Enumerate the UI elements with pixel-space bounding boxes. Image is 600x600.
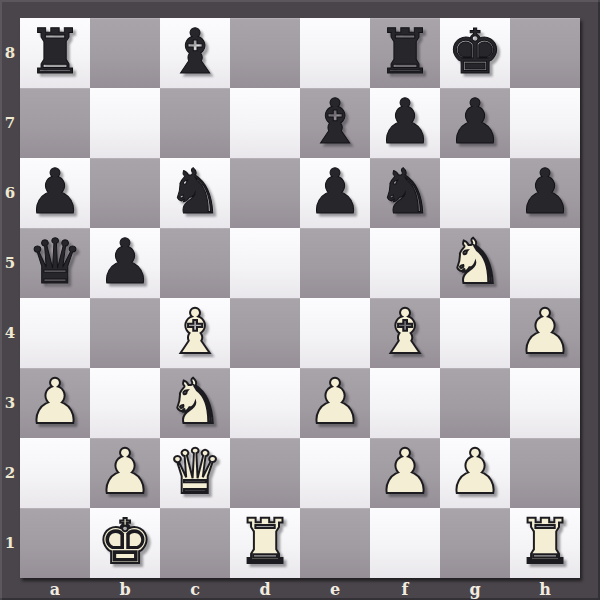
rank-labels: 8 7 6 5 4 3 2 1 (0, 18, 20, 578)
square-h4[interactable]: ♟ (510, 298, 580, 368)
square-c7[interactable] (160, 88, 230, 158)
square-f8[interactable]: ♜ (370, 18, 440, 88)
file-labels: a b c d e f g h (20, 578, 580, 600)
piece-black-pawn[interactable]: ♟ (300, 158, 370, 228)
square-c6[interactable]: ♞ (160, 158, 230, 228)
square-e3[interactable]: ♟ (300, 368, 370, 438)
square-a3[interactable]: ♟ (20, 368, 90, 438)
piece-white-pawn[interactable]: ♟ (440, 438, 510, 508)
file-label-a: a (20, 578, 90, 600)
square-e1[interactable] (300, 508, 370, 578)
square-d2[interactable] (230, 438, 300, 508)
piece-black-rook[interactable]: ♜ (20, 18, 90, 88)
file-label-e: e (300, 578, 370, 600)
file-label-f: f (370, 578, 440, 600)
piece-white-rook[interactable]: ♜ (230, 508, 300, 578)
piece-black-pawn[interactable]: ♟ (440, 88, 510, 158)
square-d7[interactable] (230, 88, 300, 158)
rank-label-3: 3 (0, 368, 20, 438)
square-h7[interactable] (510, 88, 580, 158)
piece-black-rook[interactable]: ♜ (370, 18, 440, 88)
piece-black-bishop[interactable]: ♝ (160, 18, 230, 88)
square-d1[interactable]: ♜ (230, 508, 300, 578)
piece-black-knight[interactable]: ♞ (160, 158, 230, 228)
square-a6[interactable]: ♟ (20, 158, 90, 228)
square-d3[interactable] (230, 368, 300, 438)
square-e4[interactable] (300, 298, 370, 368)
square-b4[interactable] (90, 298, 160, 368)
file-label-b: b (90, 578, 160, 600)
square-h8[interactable] (510, 18, 580, 88)
piece-black-knight[interactable]: ♞ (370, 158, 440, 228)
piece-black-king[interactable]: ♚ (440, 18, 510, 88)
square-f4[interactable]: ♝ (370, 298, 440, 368)
piece-white-bishop[interactable]: ♝ (370, 298, 440, 368)
square-a7[interactable] (20, 88, 90, 158)
piece-white-queen[interactable]: ♛ (160, 438, 230, 508)
square-g6[interactable] (440, 158, 510, 228)
square-f1[interactable] (370, 508, 440, 578)
file-label-g: g (440, 578, 510, 600)
piece-black-pawn[interactable]: ♟ (510, 158, 580, 228)
piece-black-bishop[interactable]: ♝ (300, 88, 370, 158)
square-b1[interactable]: ♚ (90, 508, 160, 578)
square-c2[interactable]: ♛ (160, 438, 230, 508)
square-e6[interactable]: ♟ (300, 158, 370, 228)
square-c5[interactable] (160, 228, 230, 298)
square-c1[interactable] (160, 508, 230, 578)
chess-board-frame: 8 7 6 5 4 3 2 1 ♜♝♜♚♝♟♟♟♞♟♞♟♛♟♞♝♝♟♟♞♟♟♛♟… (0, 0, 600, 600)
piece-white-pawn[interactable]: ♟ (20, 368, 90, 438)
square-f3[interactable] (370, 368, 440, 438)
square-b7[interactable] (90, 88, 160, 158)
rank-label-5: 5 (0, 228, 20, 298)
file-label-d: d (230, 578, 300, 600)
square-d4[interactable] (230, 298, 300, 368)
square-d8[interactable] (230, 18, 300, 88)
piece-white-knight[interactable]: ♞ (440, 228, 510, 298)
square-h2[interactable] (510, 438, 580, 508)
square-e8[interactable] (300, 18, 370, 88)
chess-board: ♜♝♜♚♝♟♟♟♞♟♞♟♛♟♞♝♝♟♟♞♟♟♛♟♟♚♜♜ (20, 18, 580, 578)
square-g8[interactable]: ♚ (440, 18, 510, 88)
square-c4[interactable]: ♝ (160, 298, 230, 368)
piece-white-pawn[interactable]: ♟ (370, 438, 440, 508)
rank-label-6: 6 (0, 158, 20, 228)
piece-white-rook[interactable]: ♜ (510, 508, 580, 578)
square-g7[interactable]: ♟ (440, 88, 510, 158)
piece-white-bishop[interactable]: ♝ (160, 298, 230, 368)
square-c3[interactable]: ♞ (160, 368, 230, 438)
square-a8[interactable]: ♜ (20, 18, 90, 88)
square-b3[interactable] (90, 368, 160, 438)
square-a2[interactable] (20, 438, 90, 508)
square-a5[interactable]: ♛ (20, 228, 90, 298)
square-f6[interactable]: ♞ (370, 158, 440, 228)
square-e2[interactable] (300, 438, 370, 508)
rank-label-4: 4 (0, 298, 20, 368)
file-label-h: h (510, 578, 580, 600)
square-a1[interactable] (20, 508, 90, 578)
rank-label-8: 8 (0, 18, 20, 88)
square-g3[interactable] (440, 368, 510, 438)
square-a4[interactable] (20, 298, 90, 368)
square-g5[interactable]: ♞ (440, 228, 510, 298)
square-h6[interactable]: ♟ (510, 158, 580, 228)
piece-black-pawn[interactable]: ♟ (20, 158, 90, 228)
piece-black-pawn[interactable]: ♟ (90, 228, 160, 298)
rank-label-2: 2 (0, 438, 20, 508)
piece-black-pawn[interactable]: ♟ (370, 88, 440, 158)
square-b2[interactable]: ♟ (90, 438, 160, 508)
square-f5[interactable] (370, 228, 440, 298)
square-d5[interactable] (230, 228, 300, 298)
square-f7[interactable]: ♟ (370, 88, 440, 158)
rank-label-1: 1 (0, 508, 20, 578)
rank-label-7: 7 (0, 88, 20, 158)
square-b8[interactable] (90, 18, 160, 88)
square-h5[interactable] (510, 228, 580, 298)
square-d6[interactable] (230, 158, 300, 228)
square-e5[interactable] (300, 228, 370, 298)
piece-white-pawn[interactable]: ♟ (90, 438, 160, 508)
square-b6[interactable] (90, 158, 160, 228)
square-h3[interactable] (510, 368, 580, 438)
file-label-c: c (160, 578, 230, 600)
square-g4[interactable] (440, 298, 510, 368)
square-h1[interactable]: ♜ (510, 508, 580, 578)
square-g1[interactable] (440, 508, 510, 578)
square-b5[interactable]: ♟ (90, 228, 160, 298)
piece-white-knight[interactable]: ♞ (160, 368, 230, 438)
piece-white-pawn[interactable]: ♟ (510, 298, 580, 368)
square-f2[interactable]: ♟ (370, 438, 440, 508)
square-e7[interactable]: ♝ (300, 88, 370, 158)
piece-white-pawn[interactable]: ♟ (300, 368, 370, 438)
square-c8[interactable]: ♝ (160, 18, 230, 88)
piece-white-king[interactable]: ♚ (90, 508, 160, 578)
piece-black-queen[interactable]: ♛ (20, 228, 90, 298)
square-g2[interactable]: ♟ (440, 438, 510, 508)
